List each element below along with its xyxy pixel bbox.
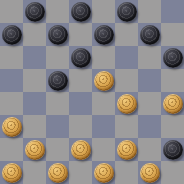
- dark-square-17[interactable]: [23, 92, 46, 115]
- black-man-square-12[interactable]: [163, 48, 183, 68]
- white-man-square-27[interactable]: [117, 140, 137, 160]
- dark-square-15[interactable]: [92, 69, 115, 92]
- black-man-square-8[interactable]: [140, 25, 160, 45]
- black-man-square-3[interactable]: [117, 2, 137, 22]
- white-man-square-21[interactable]: [2, 117, 22, 137]
- dark-square-6[interactable]: [46, 23, 69, 46]
- dark-square-12[interactable]: [161, 46, 184, 69]
- dark-square-1[interactable]: [23, 0, 46, 23]
- light-square-r8c4: [69, 161, 92, 184]
- black-man-square-10[interactable]: [71, 48, 91, 68]
- dark-square-4[interactable]: [161, 0, 184, 23]
- black-man-square-7[interactable]: [94, 25, 114, 45]
- light-square-r2c2: [23, 23, 46, 46]
- light-square-r4c8: [161, 69, 184, 92]
- dark-square-8[interactable]: [138, 23, 161, 46]
- dark-square-9[interactable]: [23, 46, 46, 69]
- light-square-r4c2: [23, 69, 46, 92]
- light-square-r7c3: [46, 138, 69, 161]
- light-square-r8c8: [161, 161, 184, 184]
- light-square-r5c1: [0, 92, 23, 115]
- dark-square-28[interactable]: [161, 138, 184, 161]
- light-square-r1c7: [138, 0, 161, 23]
- light-square-r7c7: [138, 138, 161, 161]
- white-man-square-25[interactable]: [25, 140, 45, 160]
- light-square-r7c1: [0, 138, 23, 161]
- light-square-r4c4: [69, 69, 92, 92]
- light-square-r5c3: [46, 92, 69, 115]
- dark-square-29[interactable]: [0, 161, 23, 184]
- light-square-r2c6: [115, 23, 138, 46]
- dark-square-14[interactable]: [46, 69, 69, 92]
- dark-square-11[interactable]: [115, 46, 138, 69]
- white-man-square-26[interactable]: [71, 140, 91, 160]
- light-square-r1c3: [46, 0, 69, 23]
- dark-square-25[interactable]: [23, 138, 46, 161]
- dark-square-23[interactable]: [92, 115, 115, 138]
- light-square-r6c6: [115, 115, 138, 138]
- dark-square-19[interactable]: [115, 92, 138, 115]
- white-man-square-20[interactable]: [163, 94, 183, 114]
- light-square-r8c2: [23, 161, 46, 184]
- white-man-square-29[interactable]: [2, 163, 22, 183]
- dark-square-2[interactable]: [69, 0, 92, 23]
- black-man-square-2[interactable]: [71, 2, 91, 22]
- light-square-r3c3: [46, 46, 69, 69]
- light-square-r3c5: [92, 46, 115, 69]
- light-square-r1c5: [92, 0, 115, 23]
- black-man-square-5[interactable]: [2, 25, 22, 45]
- light-square-r5c7: [138, 92, 161, 115]
- light-square-r6c2: [23, 115, 46, 138]
- dark-square-5[interactable]: [0, 23, 23, 46]
- checkers-board: [0, 0, 184, 184]
- dark-square-7[interactable]: [92, 23, 115, 46]
- dark-square-13[interactable]: [0, 69, 23, 92]
- black-man-square-14[interactable]: [48, 71, 68, 91]
- light-square-r3c7: [138, 46, 161, 69]
- dark-square-24[interactable]: [138, 115, 161, 138]
- dark-square-10[interactable]: [69, 46, 92, 69]
- light-square-r3c1: [0, 46, 23, 69]
- dark-square-18[interactable]: [69, 92, 92, 115]
- dark-square-31[interactable]: [92, 161, 115, 184]
- dark-square-26[interactable]: [69, 138, 92, 161]
- white-man-square-15[interactable]: [94, 71, 114, 91]
- dark-square-20[interactable]: [161, 92, 184, 115]
- light-square-r2c4: [69, 23, 92, 46]
- dark-square-3[interactable]: [115, 0, 138, 23]
- dark-square-16[interactable]: [138, 69, 161, 92]
- dark-square-27[interactable]: [115, 138, 138, 161]
- light-square-r6c8: [161, 115, 184, 138]
- white-man-square-19[interactable]: [117, 94, 137, 114]
- light-square-r4c6: [115, 69, 138, 92]
- white-man-square-32[interactable]: [140, 163, 160, 183]
- light-square-r2c8: [161, 23, 184, 46]
- dark-square-32[interactable]: [138, 161, 161, 184]
- dark-square-21[interactable]: [0, 115, 23, 138]
- light-square-r7c5: [92, 138, 115, 161]
- dark-square-30[interactable]: [46, 161, 69, 184]
- light-square-r8c6: [115, 161, 138, 184]
- white-man-square-30[interactable]: [48, 163, 68, 183]
- dark-square-22[interactable]: [46, 115, 69, 138]
- light-square-r5c5: [92, 92, 115, 115]
- black-man-square-1[interactable]: [25, 2, 45, 22]
- light-square-r6c4: [69, 115, 92, 138]
- light-square-r1c1: [0, 0, 23, 23]
- black-man-square-6[interactable]: [48, 25, 68, 45]
- white-man-square-31[interactable]: [94, 163, 114, 183]
- black-man-square-28[interactable]: [163, 140, 183, 160]
